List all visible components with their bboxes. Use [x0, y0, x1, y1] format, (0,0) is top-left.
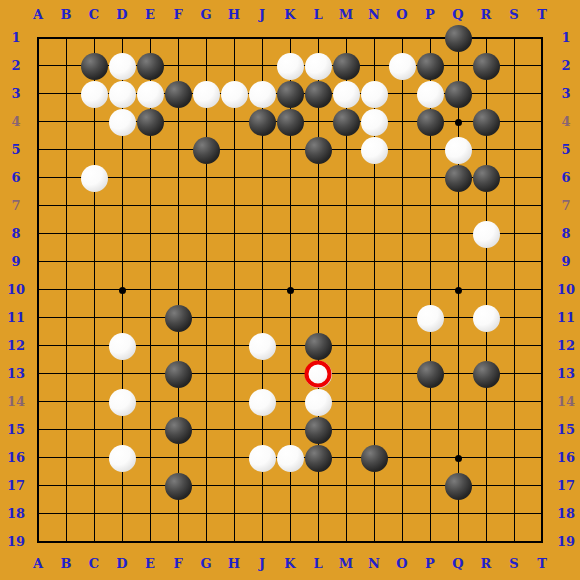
- point-D9[interactable]: [108, 248, 136, 276]
- point-R13[interactable]: ●: [472, 360, 500, 388]
- point-K5[interactable]: [276, 136, 304, 164]
- point-C6[interactable]: ○: [80, 164, 108, 192]
- point-H4[interactable]: [220, 108, 248, 136]
- point-J13[interactable]: [248, 360, 276, 388]
- point-T16[interactable]: [528, 444, 556, 472]
- point-B18[interactable]: [52, 500, 80, 528]
- point-Q12[interactable]: [444, 332, 472, 360]
- point-P15[interactable]: [416, 416, 444, 444]
- point-O10[interactable]: [388, 276, 416, 304]
- point-B7[interactable]: [52, 192, 80, 220]
- point-E3[interactable]: ○: [136, 80, 164, 108]
- point-G15[interactable]: [192, 416, 220, 444]
- point-G13[interactable]: [192, 360, 220, 388]
- point-O3[interactable]: [388, 80, 416, 108]
- point-P17[interactable]: [416, 472, 444, 500]
- point-F5[interactable]: [164, 136, 192, 164]
- point-E19[interactable]: [136, 528, 164, 556]
- point-O18[interactable]: [388, 500, 416, 528]
- point-P4[interactable]: ●: [416, 108, 444, 136]
- point-N18[interactable]: [360, 500, 388, 528]
- point-H7[interactable]: [220, 192, 248, 220]
- point-G10[interactable]: [192, 276, 220, 304]
- point-E2[interactable]: ●: [136, 52, 164, 80]
- point-T19[interactable]: [528, 528, 556, 556]
- point-E10[interactable]: [136, 276, 164, 304]
- point-P12[interactable]: [416, 332, 444, 360]
- point-D14[interactable]: ○: [108, 388, 136, 416]
- point-D12[interactable]: ○: [108, 332, 136, 360]
- point-P6[interactable]: [416, 164, 444, 192]
- point-J14[interactable]: ○: [248, 388, 276, 416]
- point-M17[interactable]: [332, 472, 360, 500]
- point-A16[interactable]: [24, 444, 52, 472]
- point-H2[interactable]: [220, 52, 248, 80]
- point-D1[interactable]: [108, 24, 136, 52]
- point-C3[interactable]: ○: [80, 80, 108, 108]
- point-J5[interactable]: [248, 136, 276, 164]
- point-H18[interactable]: [220, 500, 248, 528]
- point-D17[interactable]: [108, 472, 136, 500]
- point-M16[interactable]: [332, 444, 360, 472]
- point-O8[interactable]: [388, 220, 416, 248]
- point-O12[interactable]: [388, 332, 416, 360]
- point-A9[interactable]: [24, 248, 52, 276]
- point-K7[interactable]: [276, 192, 304, 220]
- point-C12[interactable]: [80, 332, 108, 360]
- point-R3[interactable]: [472, 80, 500, 108]
- point-N7[interactable]: [360, 192, 388, 220]
- point-R6[interactable]: ●: [472, 164, 500, 192]
- point-O19[interactable]: [388, 528, 416, 556]
- point-D7[interactable]: [108, 192, 136, 220]
- point-T13[interactable]: [528, 360, 556, 388]
- point-R19[interactable]: [472, 528, 500, 556]
- point-K14[interactable]: [276, 388, 304, 416]
- point-J10[interactable]: [248, 276, 276, 304]
- point-K19[interactable]: [276, 528, 304, 556]
- point-L13[interactable]: ○: [304, 360, 332, 388]
- point-J1[interactable]: [248, 24, 276, 52]
- point-C15[interactable]: [80, 416, 108, 444]
- point-M12[interactable]: [332, 332, 360, 360]
- point-A5[interactable]: [24, 136, 52, 164]
- point-L3[interactable]: ●: [304, 80, 332, 108]
- point-G1[interactable]: [192, 24, 220, 52]
- point-H6[interactable]: [220, 164, 248, 192]
- point-Q6[interactable]: ●: [444, 164, 472, 192]
- point-F19[interactable]: [164, 528, 192, 556]
- point-R18[interactable]: [472, 500, 500, 528]
- point-G6[interactable]: [192, 164, 220, 192]
- point-H16[interactable]: [220, 444, 248, 472]
- point-K4[interactable]: ●: [276, 108, 304, 136]
- point-Q9[interactable]: [444, 248, 472, 276]
- point-K18[interactable]: [276, 500, 304, 528]
- point-P5[interactable]: [416, 136, 444, 164]
- point-E14[interactable]: [136, 388, 164, 416]
- point-K9[interactable]: [276, 248, 304, 276]
- point-O17[interactable]: [388, 472, 416, 500]
- point-D13[interactable]: [108, 360, 136, 388]
- point-F12[interactable]: [164, 332, 192, 360]
- point-P13[interactable]: ●: [416, 360, 444, 388]
- point-E13[interactable]: [136, 360, 164, 388]
- point-A12[interactable]: [24, 332, 52, 360]
- point-T15[interactable]: [528, 416, 556, 444]
- point-P9[interactable]: [416, 248, 444, 276]
- point-D3[interactable]: ○: [108, 80, 136, 108]
- point-R2[interactable]: ●: [472, 52, 500, 80]
- point-S12[interactable]: [500, 332, 528, 360]
- point-H19[interactable]: [220, 528, 248, 556]
- point-T5[interactable]: [528, 136, 556, 164]
- point-S15[interactable]: [500, 416, 528, 444]
- point-P1[interactable]: [416, 24, 444, 52]
- point-R12[interactable]: [472, 332, 500, 360]
- point-Q10[interactable]: [444, 276, 472, 304]
- point-F14[interactable]: [164, 388, 192, 416]
- point-E12[interactable]: [136, 332, 164, 360]
- point-C11[interactable]: [80, 304, 108, 332]
- point-N14[interactable]: [360, 388, 388, 416]
- point-M15[interactable]: [332, 416, 360, 444]
- point-Q4[interactable]: [444, 108, 472, 136]
- point-C4[interactable]: [80, 108, 108, 136]
- point-T14[interactable]: [528, 388, 556, 416]
- point-A6[interactable]: [24, 164, 52, 192]
- point-K17[interactable]: [276, 472, 304, 500]
- point-Q1[interactable]: ●: [444, 24, 472, 52]
- point-S8[interactable]: [500, 220, 528, 248]
- point-R4[interactable]: ●: [472, 108, 500, 136]
- point-S16[interactable]: [500, 444, 528, 472]
- point-P7[interactable]: [416, 192, 444, 220]
- point-A18[interactable]: [24, 500, 52, 528]
- point-N13[interactable]: [360, 360, 388, 388]
- point-M13[interactable]: [332, 360, 360, 388]
- point-F17[interactable]: ●: [164, 472, 192, 500]
- point-R11[interactable]: ○: [472, 304, 500, 332]
- point-S10[interactable]: [500, 276, 528, 304]
- point-R17[interactable]: [472, 472, 500, 500]
- point-M4[interactable]: ●: [332, 108, 360, 136]
- point-E6[interactable]: [136, 164, 164, 192]
- point-K3[interactable]: ●: [276, 80, 304, 108]
- point-F13[interactable]: ●: [164, 360, 192, 388]
- point-M5[interactable]: [332, 136, 360, 164]
- point-K1[interactable]: [276, 24, 304, 52]
- point-Q7[interactable]: [444, 192, 472, 220]
- point-C14[interactable]: [80, 388, 108, 416]
- point-L11[interactable]: [304, 304, 332, 332]
- point-O15[interactable]: [388, 416, 416, 444]
- point-T2[interactable]: [528, 52, 556, 80]
- point-G5[interactable]: ●: [192, 136, 220, 164]
- point-G8[interactable]: [192, 220, 220, 248]
- point-P8[interactable]: [416, 220, 444, 248]
- point-C2[interactable]: ●: [80, 52, 108, 80]
- point-N2[interactable]: [360, 52, 388, 80]
- point-H9[interactable]: [220, 248, 248, 276]
- point-R15[interactable]: [472, 416, 500, 444]
- point-N10[interactable]: [360, 276, 388, 304]
- point-K13[interactable]: [276, 360, 304, 388]
- point-E11[interactable]: [136, 304, 164, 332]
- point-C1[interactable]: [80, 24, 108, 52]
- point-H12[interactable]: [220, 332, 248, 360]
- point-B17[interactable]: [52, 472, 80, 500]
- point-D18[interactable]: [108, 500, 136, 528]
- point-A8[interactable]: [24, 220, 52, 248]
- point-O4[interactable]: [388, 108, 416, 136]
- point-C13[interactable]: [80, 360, 108, 388]
- point-A2[interactable]: [24, 52, 52, 80]
- point-K8[interactable]: [276, 220, 304, 248]
- point-A10[interactable]: [24, 276, 52, 304]
- point-N11[interactable]: [360, 304, 388, 332]
- point-B11[interactable]: [52, 304, 80, 332]
- point-C7[interactable]: [80, 192, 108, 220]
- point-L9[interactable]: [304, 248, 332, 276]
- point-F11[interactable]: ●: [164, 304, 192, 332]
- point-C5[interactable]: [80, 136, 108, 164]
- point-R10[interactable]: [472, 276, 500, 304]
- point-O1[interactable]: [388, 24, 416, 52]
- point-B9[interactable]: [52, 248, 80, 276]
- point-J16[interactable]: ○: [248, 444, 276, 472]
- point-S17[interactable]: [500, 472, 528, 500]
- point-C10[interactable]: [80, 276, 108, 304]
- point-B16[interactable]: [52, 444, 80, 472]
- point-A11[interactable]: [24, 304, 52, 332]
- point-B4[interactable]: [52, 108, 80, 136]
- point-T4[interactable]: [528, 108, 556, 136]
- point-E7[interactable]: [136, 192, 164, 220]
- point-T17[interactable]: [528, 472, 556, 500]
- point-T1[interactable]: [528, 24, 556, 52]
- point-L18[interactable]: [304, 500, 332, 528]
- point-P11[interactable]: ○: [416, 304, 444, 332]
- point-K11[interactable]: [276, 304, 304, 332]
- point-Q2[interactable]: [444, 52, 472, 80]
- point-K6[interactable]: [276, 164, 304, 192]
- point-F8[interactable]: [164, 220, 192, 248]
- point-E17[interactable]: [136, 472, 164, 500]
- point-T12[interactable]: [528, 332, 556, 360]
- point-O6[interactable]: [388, 164, 416, 192]
- point-H10[interactable]: [220, 276, 248, 304]
- point-A7[interactable]: [24, 192, 52, 220]
- point-O16[interactable]: [388, 444, 416, 472]
- point-O7[interactable]: [388, 192, 416, 220]
- point-L16[interactable]: ●: [304, 444, 332, 472]
- point-Q3[interactable]: ●: [444, 80, 472, 108]
- point-E9[interactable]: [136, 248, 164, 276]
- point-G11[interactable]: [192, 304, 220, 332]
- point-E5[interactable]: [136, 136, 164, 164]
- point-K2[interactable]: ○: [276, 52, 304, 80]
- point-O13[interactable]: [388, 360, 416, 388]
- point-Q17[interactable]: ●: [444, 472, 472, 500]
- point-M9[interactable]: [332, 248, 360, 276]
- point-B1[interactable]: [52, 24, 80, 52]
- point-F7[interactable]: [164, 192, 192, 220]
- point-A17[interactable]: [24, 472, 52, 500]
- point-Q18[interactable]: [444, 500, 472, 528]
- point-G4[interactable]: [192, 108, 220, 136]
- point-J9[interactable]: [248, 248, 276, 276]
- point-J15[interactable]: [248, 416, 276, 444]
- point-E18[interactable]: [136, 500, 164, 528]
- point-J4[interactable]: ●: [248, 108, 276, 136]
- point-D4[interactable]: ○: [108, 108, 136, 136]
- point-S4[interactable]: [500, 108, 528, 136]
- point-R14[interactable]: [472, 388, 500, 416]
- point-P2[interactable]: ●: [416, 52, 444, 80]
- point-F15[interactable]: ●: [164, 416, 192, 444]
- point-F2[interactable]: [164, 52, 192, 80]
- point-H13[interactable]: [220, 360, 248, 388]
- point-O11[interactable]: [388, 304, 416, 332]
- point-L12[interactable]: ●: [304, 332, 332, 360]
- point-R5[interactable]: [472, 136, 500, 164]
- point-G19[interactable]: [192, 528, 220, 556]
- point-P18[interactable]: [416, 500, 444, 528]
- point-F6[interactable]: [164, 164, 192, 192]
- point-M11[interactable]: [332, 304, 360, 332]
- point-R1[interactable]: [472, 24, 500, 52]
- point-S6[interactable]: [500, 164, 528, 192]
- point-B2[interactable]: [52, 52, 80, 80]
- point-D15[interactable]: [108, 416, 136, 444]
- point-P14[interactable]: [416, 388, 444, 416]
- point-L17[interactable]: [304, 472, 332, 500]
- point-O2[interactable]: ○: [388, 52, 416, 80]
- point-J3[interactable]: ○: [248, 80, 276, 108]
- point-N4[interactable]: ○: [360, 108, 388, 136]
- point-R16[interactable]: [472, 444, 500, 472]
- point-M8[interactable]: [332, 220, 360, 248]
- point-N5[interactable]: ○: [360, 136, 388, 164]
- point-B6[interactable]: [52, 164, 80, 192]
- point-S2[interactable]: [500, 52, 528, 80]
- point-H17[interactable]: [220, 472, 248, 500]
- point-G17[interactable]: [192, 472, 220, 500]
- point-F18[interactable]: [164, 500, 192, 528]
- point-H14[interactable]: [220, 388, 248, 416]
- point-Q5[interactable]: ○: [444, 136, 472, 164]
- point-M1[interactable]: [332, 24, 360, 52]
- point-S13[interactable]: [500, 360, 528, 388]
- point-N6[interactable]: [360, 164, 388, 192]
- point-B5[interactable]: [52, 136, 80, 164]
- point-J7[interactable]: [248, 192, 276, 220]
- point-S3[interactable]: [500, 80, 528, 108]
- point-J17[interactable]: [248, 472, 276, 500]
- point-M19[interactable]: [332, 528, 360, 556]
- point-D19[interactable]: [108, 528, 136, 556]
- point-M7[interactable]: [332, 192, 360, 220]
- point-F4[interactable]: [164, 108, 192, 136]
- point-J19[interactable]: [248, 528, 276, 556]
- point-M14[interactable]: [332, 388, 360, 416]
- point-T10[interactable]: [528, 276, 556, 304]
- point-G18[interactable]: [192, 500, 220, 528]
- point-S11[interactable]: [500, 304, 528, 332]
- point-L7[interactable]: [304, 192, 332, 220]
- point-N8[interactable]: [360, 220, 388, 248]
- point-B10[interactable]: [52, 276, 80, 304]
- point-M10[interactable]: [332, 276, 360, 304]
- point-N3[interactable]: ○: [360, 80, 388, 108]
- point-F16[interactable]: [164, 444, 192, 472]
- point-L2[interactable]: ○: [304, 52, 332, 80]
- point-L10[interactable]: [304, 276, 332, 304]
- point-Q8[interactable]: [444, 220, 472, 248]
- point-J12[interactable]: ○: [248, 332, 276, 360]
- point-S18[interactable]: [500, 500, 528, 528]
- point-J18[interactable]: [248, 500, 276, 528]
- point-T7[interactable]: [528, 192, 556, 220]
- point-C8[interactable]: [80, 220, 108, 248]
- point-R9[interactable]: [472, 248, 500, 276]
- point-L15[interactable]: ●: [304, 416, 332, 444]
- point-M2[interactable]: ●: [332, 52, 360, 80]
- point-Q15[interactable]: [444, 416, 472, 444]
- point-G2[interactable]: [192, 52, 220, 80]
- point-P10[interactable]: [416, 276, 444, 304]
- point-S19[interactable]: [500, 528, 528, 556]
- point-N9[interactable]: [360, 248, 388, 276]
- point-G12[interactable]: [192, 332, 220, 360]
- point-K12[interactable]: [276, 332, 304, 360]
- point-Q16[interactable]: [444, 444, 472, 472]
- point-M6[interactable]: [332, 164, 360, 192]
- point-S14[interactable]: [500, 388, 528, 416]
- point-S1[interactable]: [500, 24, 528, 52]
- point-L6[interactable]: [304, 164, 332, 192]
- point-G9[interactable]: [192, 248, 220, 276]
- point-H15[interactable]: [220, 416, 248, 444]
- point-D6[interactable]: [108, 164, 136, 192]
- point-E4[interactable]: ●: [136, 108, 164, 136]
- point-T8[interactable]: [528, 220, 556, 248]
- point-Q14[interactable]: [444, 388, 472, 416]
- point-Q11[interactable]: [444, 304, 472, 332]
- point-C17[interactable]: [80, 472, 108, 500]
- point-J6[interactable]: [248, 164, 276, 192]
- point-O9[interactable]: [388, 248, 416, 276]
- point-H3[interactable]: ○: [220, 80, 248, 108]
- point-A15[interactable]: [24, 416, 52, 444]
- point-H5[interactable]: [220, 136, 248, 164]
- point-T9[interactable]: [528, 248, 556, 276]
- point-F3[interactable]: ●: [164, 80, 192, 108]
- point-G7[interactable]: [192, 192, 220, 220]
- point-O14[interactable]: [388, 388, 416, 416]
- point-H1[interactable]: [220, 24, 248, 52]
- point-K10[interactable]: [276, 276, 304, 304]
- point-B3[interactable]: [52, 80, 80, 108]
- point-R8[interactable]: ○: [472, 220, 500, 248]
- point-M18[interactable]: [332, 500, 360, 528]
- point-Q13[interactable]: [444, 360, 472, 388]
- point-L14[interactable]: ○: [304, 388, 332, 416]
- point-B13[interactable]: [52, 360, 80, 388]
- point-N12[interactable]: [360, 332, 388, 360]
- point-E16[interactable]: [136, 444, 164, 472]
